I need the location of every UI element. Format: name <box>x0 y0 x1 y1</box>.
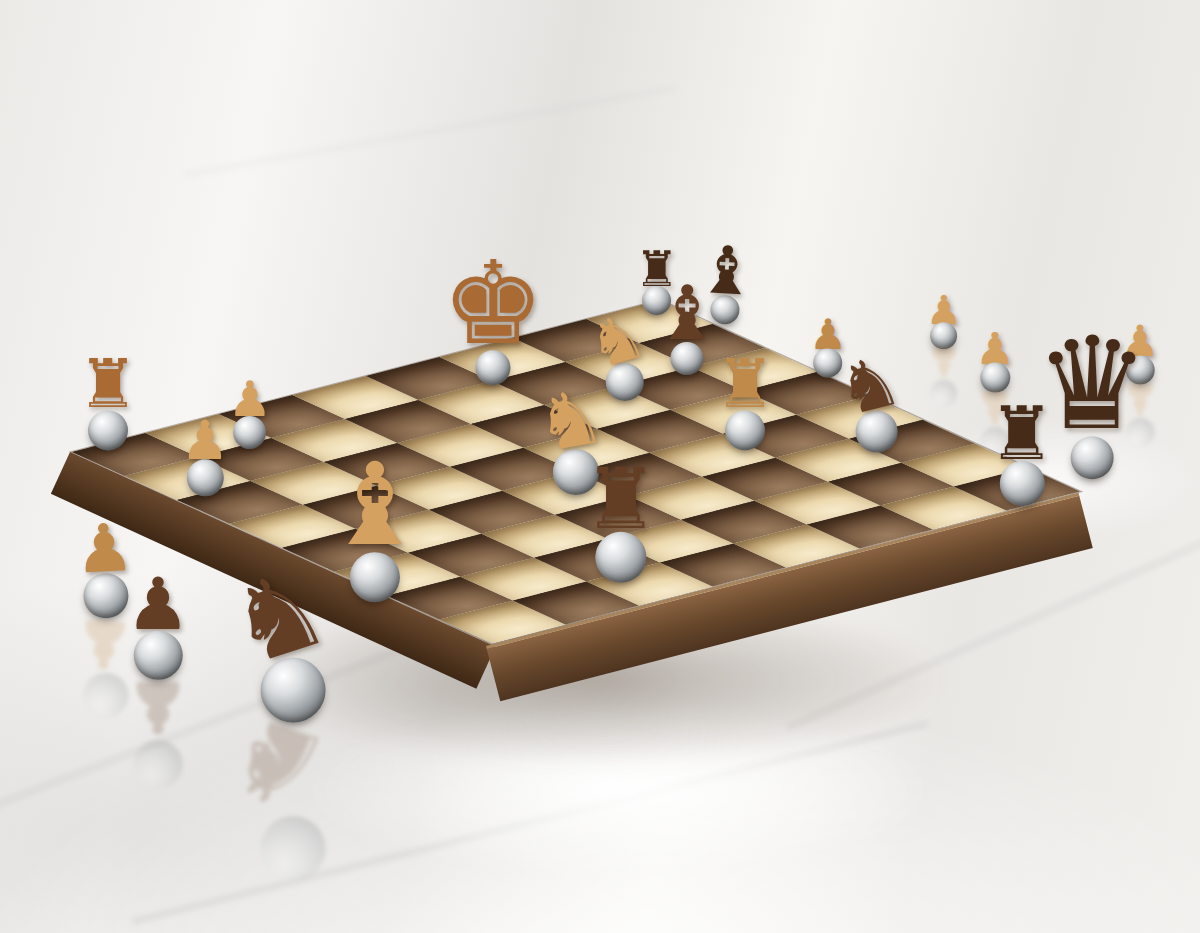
piece-black-rook-d2[interactable]: ♜ <box>583 460 658 582</box>
piece-white-pawn[interactable]: ♟♟ <box>975 329 1014 393</box>
chrome-ball-base <box>186 460 223 497</box>
white-pawn-glyph: ♟ <box>181 416 229 466</box>
piece-white-king-f7[interactable]: ♚ <box>441 251 544 386</box>
black-rook-glyph: ♜ <box>989 398 1055 466</box>
chrome-ball-base <box>133 631 182 680</box>
piece-black-bishop-h6[interactable]: ♝ <box>653 279 720 375</box>
piece-black-knight[interactable]: ♞♞ <box>245 564 342 722</box>
piece-white-pawn[interactable]: ♟♟ <box>926 292 962 350</box>
chrome-ball-base <box>475 351 510 386</box>
marble-vein <box>184 87 677 177</box>
marble-table-scene: ♚♜♟♟♞♞♜♟♝♜♝♝♞♜♛♜♟♟♟♟♞♞♟♟♟♟♟♟ <box>0 0 1200 933</box>
white-bishop-glyph: ♝ <box>324 453 426 558</box>
marble-reflection: ♟ <box>926 350 962 408</box>
chrome-ball-base <box>88 410 128 450</box>
chrome-ball-base <box>1071 437 1114 480</box>
chrome-ball-base <box>260 816 325 881</box>
black-bishop-glyph: ♝ <box>653 279 720 348</box>
piece-black-rook-h1[interactable]: ♜ <box>989 398 1055 505</box>
piece-black-knight-h3[interactable]: ♞ <box>846 353 909 453</box>
white-rook-glyph: ♜ <box>715 354 775 416</box>
piece-white-pawn-b7[interactable]: ♟ <box>228 376 272 448</box>
piece-white-rook-g4[interactable]: ♜ <box>715 354 775 450</box>
chrome-ball-base <box>930 323 957 350</box>
chrome-ball-base <box>930 380 957 407</box>
white-king-glyph: ♚ <box>441 251 544 357</box>
chrome-ball-base <box>234 416 267 449</box>
black-rook-glyph: ♜ <box>583 460 658 537</box>
chrome-ball-base <box>350 552 400 602</box>
piece-white-rook-a8[interactable]: ♜ <box>78 354 138 450</box>
black-pawn-glyph: ♟ <box>126 570 191 636</box>
piece-white-pawn-a7[interactable]: ♟ <box>181 416 229 497</box>
chrome-ball-base <box>1000 461 1045 506</box>
chrome-ball-base <box>671 342 704 375</box>
chrome-ball-base <box>725 410 765 450</box>
white-rook-glyph: ♜ <box>78 354 138 416</box>
piece-black-pawn[interactable]: ♟♟ <box>126 570 191 679</box>
chrome-ball-base <box>596 532 647 583</box>
